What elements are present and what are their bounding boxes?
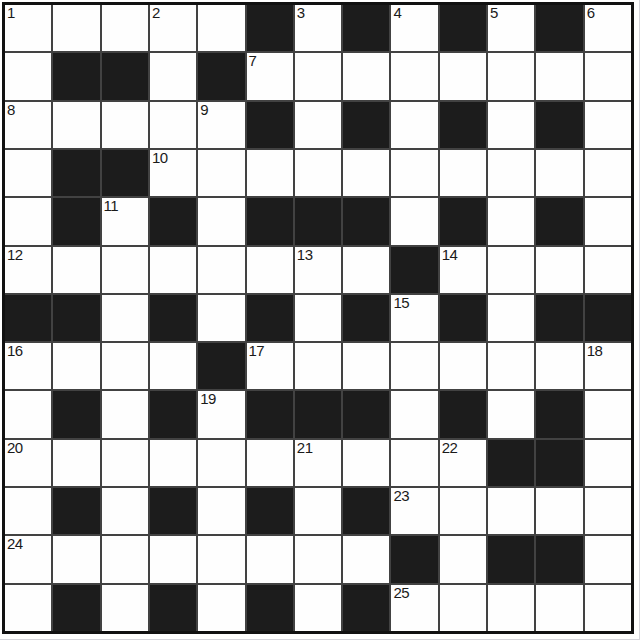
cell-r4c2 xyxy=(53,150,99,196)
cell-r11c1[interactable] xyxy=(5,488,51,534)
cell-r10c8[interactable] xyxy=(343,440,389,486)
cell-r2c3 xyxy=(102,53,148,99)
cell-r6c13[interactable] xyxy=(585,247,631,293)
cell-r12c5[interactable] xyxy=(198,536,244,582)
cell-r7c6 xyxy=(247,295,293,341)
cell-r2c11[interactable] xyxy=(488,53,534,99)
clue-number: 5 xyxy=(490,5,498,21)
cell-r6c7[interactable]: 13 xyxy=(295,247,341,293)
clue-number: 20 xyxy=(7,440,23,456)
cell-r5c1[interactable] xyxy=(5,198,51,244)
cell-r13c7[interactable] xyxy=(295,585,341,631)
cell-r4c6[interactable] xyxy=(247,150,293,196)
cell-r3c11[interactable] xyxy=(488,102,534,148)
cell-r11c5[interactable] xyxy=(198,488,244,534)
cell-r8c9[interactable] xyxy=(391,343,437,389)
cell-r10c2[interactable] xyxy=(53,440,99,486)
clue-number: 12 xyxy=(7,247,23,263)
cell-r5c6 xyxy=(247,198,293,244)
cell-r13c11[interactable] xyxy=(488,585,534,631)
crossword-grid: 1234567891011121314151617181920212223242… xyxy=(2,2,634,634)
clue-number: 22 xyxy=(442,440,458,456)
cell-r10c4[interactable] xyxy=(150,440,196,486)
cell-r8c6[interactable]: 17 xyxy=(247,343,293,389)
cell-r2c10[interactable] xyxy=(440,53,486,99)
cell-r9c10 xyxy=(440,391,486,437)
cell-r13c8 xyxy=(343,585,389,631)
cell-r12c13[interactable] xyxy=(585,536,631,582)
cell-r9c9[interactable] xyxy=(391,391,437,437)
cell-r9c7 xyxy=(295,391,341,437)
clue-number: 3 xyxy=(297,5,305,21)
crossword-page: 1234567891011121314151617181920212223242… xyxy=(0,0,640,640)
cell-r8c7[interactable] xyxy=(295,343,341,389)
cell-r13c10[interactable] xyxy=(440,585,486,631)
cell-r12c7[interactable] xyxy=(295,536,341,582)
clue-number: 9 xyxy=(200,102,208,118)
cell-r4c13[interactable] xyxy=(585,150,631,196)
cell-r3c1[interactable]: 8 xyxy=(5,102,51,148)
cell-r11c7[interactable] xyxy=(295,488,341,534)
clue-number: 8 xyxy=(7,102,15,118)
cell-r10c7[interactable]: 21 xyxy=(295,440,341,486)
clue-number: 21 xyxy=(297,440,313,456)
cell-r4c9[interactable] xyxy=(391,150,437,196)
clue-number: 18 xyxy=(587,343,603,359)
clue-number: 13 xyxy=(297,247,313,263)
cell-r8c1[interactable]: 16 xyxy=(5,343,51,389)
cell-r1c7[interactable]: 3 xyxy=(295,5,341,51)
cell-r10c10[interactable]: 22 xyxy=(440,440,486,486)
cell-r4c4[interactable]: 10 xyxy=(150,150,196,196)
cell-r12c4[interactable] xyxy=(150,536,196,582)
cell-r9c8 xyxy=(343,391,389,437)
cell-r5c9[interactable] xyxy=(391,198,437,244)
cell-r13c9[interactable]: 25 xyxy=(391,585,437,631)
cell-r1c13[interactable]: 6 xyxy=(585,5,631,51)
cell-r4c5[interactable] xyxy=(198,150,244,196)
cell-r11c2 xyxy=(53,488,99,534)
cell-r10c11 xyxy=(488,440,534,486)
cell-r11c6 xyxy=(247,488,293,534)
cell-r6c11[interactable] xyxy=(488,247,534,293)
cell-r3c7[interactable] xyxy=(295,102,341,148)
cell-r9c5[interactable]: 19 xyxy=(198,391,244,437)
cell-r11c12[interactable] xyxy=(536,488,582,534)
cell-r1c5[interactable] xyxy=(198,5,244,51)
cell-r1c8 xyxy=(343,5,389,51)
cell-r12c12 xyxy=(536,536,582,582)
cell-r4c3 xyxy=(102,150,148,196)
cell-r10c5[interactable] xyxy=(198,440,244,486)
cell-r8c10[interactable] xyxy=(440,343,486,389)
cell-r6c1[interactable]: 12 xyxy=(5,247,51,293)
cell-r3c4[interactable] xyxy=(150,102,196,148)
cell-r11c10[interactable] xyxy=(440,488,486,534)
cell-r5c8 xyxy=(343,198,389,244)
cell-r5c2 xyxy=(53,198,99,244)
cell-r13c4 xyxy=(150,585,196,631)
cell-r10c12 xyxy=(536,440,582,486)
cell-r1c2[interactable] xyxy=(53,5,99,51)
cell-r2c9[interactable] xyxy=(391,53,437,99)
cell-r4c11[interactable] xyxy=(488,150,534,196)
cell-r9c12 xyxy=(536,391,582,437)
clue-number: 14 xyxy=(442,247,458,263)
cell-r6c3[interactable] xyxy=(102,247,148,293)
cell-r12c11 xyxy=(488,536,534,582)
cell-r7c4 xyxy=(150,295,196,341)
clue-number: 2 xyxy=(152,5,160,21)
cell-r13c5[interactable] xyxy=(198,585,244,631)
cell-r3c2[interactable] xyxy=(53,102,99,148)
cell-r9c6 xyxy=(247,391,293,437)
cell-r5c3[interactable]: 11 xyxy=(102,198,148,244)
cell-r13c3[interactable] xyxy=(102,585,148,631)
cell-r10c1[interactable]: 20 xyxy=(5,440,51,486)
cell-r9c2 xyxy=(53,391,99,437)
cell-r7c7[interactable] xyxy=(295,295,341,341)
cell-r1c6 xyxy=(247,5,293,51)
cell-r11c4 xyxy=(150,488,196,534)
cell-r7c2 xyxy=(53,295,99,341)
clue-number: 15 xyxy=(393,295,409,311)
cell-r8c12[interactable] xyxy=(536,343,582,389)
cell-r4c12[interactable] xyxy=(536,150,582,196)
cell-r10c3[interactable] xyxy=(102,440,148,486)
cell-r3c8 xyxy=(343,102,389,148)
cell-r2c13[interactable] xyxy=(585,53,631,99)
cell-r12c10[interactable] xyxy=(440,536,486,582)
cell-r7c11[interactable] xyxy=(488,295,534,341)
cell-r7c3[interactable] xyxy=(102,295,148,341)
cell-r13c6 xyxy=(247,585,293,631)
cell-r6c4[interactable] xyxy=(150,247,196,293)
cell-r11c3[interactable] xyxy=(102,488,148,534)
cell-r3c6 xyxy=(247,102,293,148)
clue-number: 10 xyxy=(152,150,168,166)
cell-r13c12[interactable] xyxy=(536,585,582,631)
cell-r3c3[interactable] xyxy=(102,102,148,148)
clue-number: 17 xyxy=(249,343,265,359)
cell-r8c4[interactable] xyxy=(150,343,196,389)
cell-r10c6[interactable] xyxy=(247,440,293,486)
cell-r4c10[interactable] xyxy=(440,150,486,196)
cell-r2c2 xyxy=(53,53,99,99)
cell-r1c9[interactable]: 4 xyxy=(391,5,437,51)
cell-r3c13[interactable] xyxy=(585,102,631,148)
cell-r6c9 xyxy=(391,247,437,293)
cell-r7c1 xyxy=(5,295,51,341)
cell-r8c13[interactable]: 18 xyxy=(585,343,631,389)
cell-r5c13[interactable] xyxy=(585,198,631,244)
cell-r8c11[interactable] xyxy=(488,343,534,389)
cell-r9c11[interactable] xyxy=(488,391,534,437)
cell-r6c8[interactable] xyxy=(343,247,389,293)
cell-r5c7 xyxy=(295,198,341,244)
cell-r6c10[interactable]: 14 xyxy=(440,247,486,293)
cell-r11c8 xyxy=(343,488,389,534)
clue-number: 7 xyxy=(249,53,257,69)
cell-r2c12[interactable] xyxy=(536,53,582,99)
cell-r7c9[interactable]: 15 xyxy=(391,295,437,341)
clue-number: 16 xyxy=(7,343,23,359)
cell-r10c9[interactable] xyxy=(391,440,437,486)
cell-r2c6[interactable]: 7 xyxy=(247,53,293,99)
cell-r5c4 xyxy=(150,198,196,244)
cell-r9c13[interactable] xyxy=(585,391,631,437)
cell-r6c2[interactable] xyxy=(53,247,99,293)
clue-number: 23 xyxy=(393,488,409,504)
cell-r1c12 xyxy=(536,5,582,51)
cell-r13c2 xyxy=(53,585,99,631)
cell-r9c4 xyxy=(150,391,196,437)
clue-number: 24 xyxy=(7,536,23,552)
cell-r2c5 xyxy=(198,53,244,99)
cell-r2c8[interactable] xyxy=(343,53,389,99)
clue-number: 4 xyxy=(393,5,401,21)
cell-r7c12 xyxy=(536,295,582,341)
cell-r8c3[interactable] xyxy=(102,343,148,389)
cell-r1c4[interactable]: 2 xyxy=(150,5,196,51)
cell-r5c5[interactable] xyxy=(198,198,244,244)
clue-number: 6 xyxy=(587,5,595,21)
cell-r5c10 xyxy=(440,198,486,244)
cell-r2c1[interactable] xyxy=(5,53,51,99)
cell-r4c1[interactable] xyxy=(5,150,51,196)
cell-r13c1[interactable] xyxy=(5,585,51,631)
cell-r9c3[interactable] xyxy=(102,391,148,437)
cell-r2c4[interactable] xyxy=(150,53,196,99)
cell-r9c1[interactable] xyxy=(5,391,51,437)
cell-r10c13[interactable] xyxy=(585,440,631,486)
cell-r8c5 xyxy=(198,343,244,389)
cell-r12c3[interactable] xyxy=(102,536,148,582)
cell-r1c1[interactable]: 1 xyxy=(5,5,51,51)
cell-r4c8[interactable] xyxy=(343,150,389,196)
cell-r12c6[interactable] xyxy=(247,536,293,582)
cell-r6c12[interactable] xyxy=(536,247,582,293)
clue-number: 11 xyxy=(104,198,119,214)
cell-r13c13[interactable] xyxy=(585,585,631,631)
cell-r12c9 xyxy=(391,536,437,582)
cell-r7c5[interactable] xyxy=(198,295,244,341)
cell-r8c8[interactable] xyxy=(343,343,389,389)
clue-number: 1 xyxy=(7,5,15,21)
cell-r7c8 xyxy=(343,295,389,341)
cell-r8c2[interactable] xyxy=(53,343,99,389)
clue-number: 25 xyxy=(393,585,409,601)
cell-r3c9[interactable] xyxy=(391,102,437,148)
cell-r12c2[interactable] xyxy=(53,536,99,582)
cell-r5c11[interactable] xyxy=(488,198,534,244)
cell-r3c10 xyxy=(440,102,486,148)
cell-r1c3[interactable] xyxy=(102,5,148,51)
cell-r12c8[interactable] xyxy=(343,536,389,582)
cell-r3c5[interactable]: 9 xyxy=(198,102,244,148)
cell-r4c7[interactable] xyxy=(295,150,341,196)
cell-r6c5[interactable] xyxy=(198,247,244,293)
cell-r1c11[interactable]: 5 xyxy=(488,5,534,51)
cell-r3c12 xyxy=(536,102,582,148)
cell-r6c6[interactable] xyxy=(247,247,293,293)
cell-r11c9[interactable]: 23 xyxy=(391,488,437,534)
cell-r7c10 xyxy=(440,295,486,341)
cell-r11c11[interactable] xyxy=(488,488,534,534)
cell-r2c7[interactable] xyxy=(295,53,341,99)
cell-r1c10 xyxy=(440,5,486,51)
cell-r12c1[interactable]: 24 xyxy=(5,536,51,582)
clue-number: 19 xyxy=(200,391,216,407)
cell-r7c13 xyxy=(585,295,631,341)
cell-r5c12 xyxy=(536,198,582,244)
cell-r11c13[interactable] xyxy=(585,488,631,534)
